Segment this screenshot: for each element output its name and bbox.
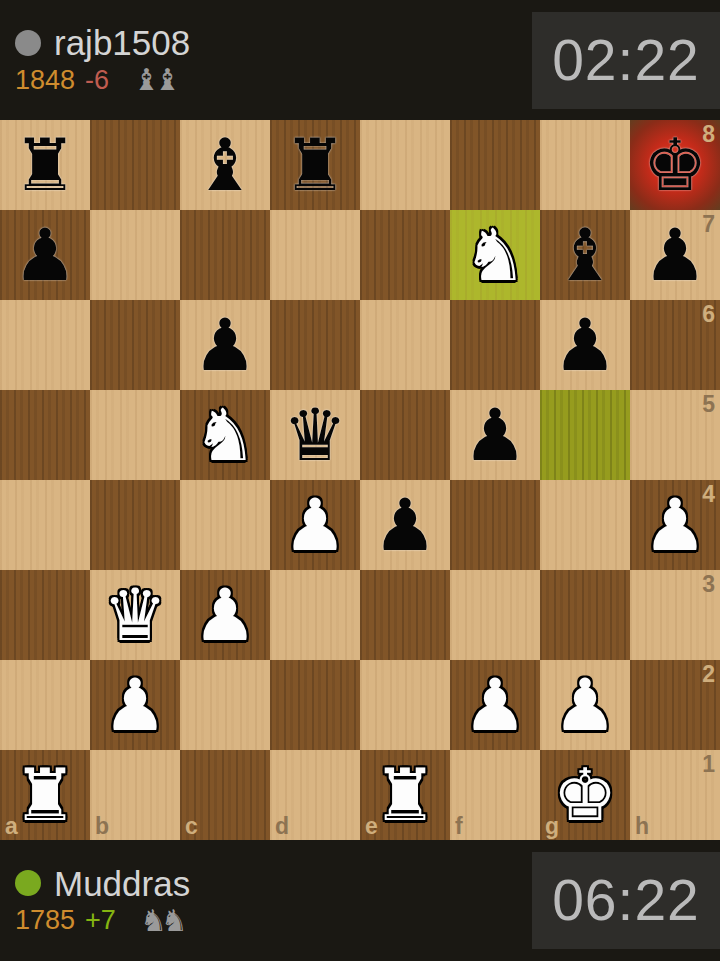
square-e7[interactable] xyxy=(360,210,450,300)
square-a5[interactable] xyxy=(0,390,90,480)
square-d2[interactable] xyxy=(270,660,360,750)
square-h6[interactable]: 6 xyxy=(630,300,720,390)
black-bishop-piece: ♝ xyxy=(193,129,258,201)
square-b5[interactable] xyxy=(90,390,180,480)
square-d5[interactable]: ♛ xyxy=(270,390,360,480)
square-e4[interactable]: ♟ xyxy=(360,480,450,570)
square-h2[interactable]: 2 xyxy=(630,660,720,750)
square-d8[interactable]: ♜ xyxy=(270,120,360,210)
black-pawn-piece: ♟ xyxy=(463,399,528,471)
black-king-piece: ♚ xyxy=(643,129,708,201)
black-bishop-piece: ♝ xyxy=(553,219,618,291)
coord-rank-5: 5 xyxy=(702,393,715,416)
white-pawn-piece: ♟ xyxy=(643,489,708,561)
square-b3[interactable]: ♛ xyxy=(90,570,180,660)
square-b6[interactable] xyxy=(90,300,180,390)
white-pawn-piece: ♟ xyxy=(553,669,618,741)
bottom-player-bar: Muddras 1785 +7 ♞♞ 06:22 xyxy=(0,840,720,961)
square-c2[interactable] xyxy=(180,660,270,750)
coord-rank-1: 1 xyxy=(702,753,715,776)
square-c5[interactable]: ♞ xyxy=(180,390,270,480)
bottom-player-rating: 1785 xyxy=(15,907,75,934)
square-g4[interactable] xyxy=(540,480,630,570)
white-king-piece: ♚ xyxy=(553,759,618,831)
coord-file-b: b xyxy=(95,815,109,838)
coord-file-h: h xyxy=(635,815,649,838)
square-a3[interactable] xyxy=(0,570,90,660)
square-a1[interactable]: ♜a xyxy=(0,750,90,840)
white-rook-piece: ♜ xyxy=(373,759,438,831)
white-pawn-piece: ♟ xyxy=(463,669,528,741)
square-f6[interactable] xyxy=(450,300,540,390)
square-f4[interactable] xyxy=(450,480,540,570)
black-queen-piece: ♛ xyxy=(283,399,348,471)
square-f8[interactable] xyxy=(450,120,540,210)
square-h1[interactable]: 1h xyxy=(630,750,720,840)
bottom-player-name: Muddras xyxy=(54,866,190,901)
square-a6[interactable] xyxy=(0,300,90,390)
square-c3[interactable]: ♟ xyxy=(180,570,270,660)
square-d1[interactable]: d xyxy=(270,750,360,840)
white-pawn-piece: ♟ xyxy=(193,579,258,651)
square-e1[interactable]: ♜e xyxy=(360,750,450,840)
bottom-player-info: Muddras 1785 +7 ♞♞ xyxy=(0,866,190,936)
square-h5[interactable]: 5 xyxy=(630,390,720,480)
square-c6[interactable]: ♟ xyxy=(180,300,270,390)
black-pawn-piece: ♟ xyxy=(13,219,78,291)
square-b1[interactable]: b xyxy=(90,750,180,840)
square-e6[interactable] xyxy=(360,300,450,390)
black-pawn-piece: ♟ xyxy=(643,219,708,291)
coord-rank-2: 2 xyxy=(702,663,715,686)
top-player-status-icon xyxy=(15,30,41,56)
square-g1[interactable]: ♚g xyxy=(540,750,630,840)
coord-rank-6: 6 xyxy=(702,303,715,326)
chess-board: ♜♝♜♚8♟♞♝♟7♟♟6♞♛♟5♟♟♟4♛♟3♟♟♟2♜abcd♜ef♚g1h xyxy=(0,120,720,840)
top-player-name: rajb1508 xyxy=(54,25,190,60)
black-rook-piece: ♜ xyxy=(283,129,348,201)
square-g5[interactable] xyxy=(540,390,630,480)
white-knight-piece: ♞ xyxy=(463,219,528,291)
square-d4[interactable]: ♟ xyxy=(270,480,360,570)
square-c4[interactable] xyxy=(180,480,270,570)
square-f5[interactable]: ♟ xyxy=(450,390,540,480)
square-e3[interactable] xyxy=(360,570,450,660)
square-a2[interactable] xyxy=(0,660,90,750)
black-pawn-piece: ♟ xyxy=(193,309,258,381)
square-a7[interactable]: ♟ xyxy=(0,210,90,300)
square-f2[interactable]: ♟ xyxy=(450,660,540,750)
bottom-clock-time: 06:22 xyxy=(552,872,700,929)
bottom-player-status-icon xyxy=(15,870,41,896)
square-d7[interactable] xyxy=(270,210,360,300)
square-f7[interactable]: ♞ xyxy=(450,210,540,300)
coord-file-d: d xyxy=(275,815,289,838)
square-c7[interactable] xyxy=(180,210,270,300)
square-d6[interactable] xyxy=(270,300,360,390)
black-rook-piece: ♜ xyxy=(13,129,78,201)
bottom-player-rating-diff: +7 xyxy=(85,907,116,934)
square-g8[interactable] xyxy=(540,120,630,210)
square-c8[interactable]: ♝ xyxy=(180,120,270,210)
square-h7[interactable]: ♟7 xyxy=(630,210,720,300)
square-g3[interactable] xyxy=(540,570,630,660)
square-a4[interactable] xyxy=(0,480,90,570)
square-f1[interactable]: f xyxy=(450,750,540,840)
square-g2[interactable]: ♟ xyxy=(540,660,630,750)
square-d3[interactable] xyxy=(270,570,360,660)
square-h3[interactable]: 3 xyxy=(630,570,720,660)
square-b2[interactable]: ♟ xyxy=(90,660,180,750)
black-pawn-piece: ♟ xyxy=(373,489,438,561)
square-b7[interactable] xyxy=(90,210,180,300)
bottom-player-clock: 06:22 xyxy=(532,852,720,949)
white-pawn-piece: ♟ xyxy=(283,489,348,561)
white-pawn-piece: ♟ xyxy=(103,669,168,741)
square-b8[interactable] xyxy=(90,120,180,210)
top-player-rating-diff: -6 xyxy=(85,67,109,94)
square-e2[interactable] xyxy=(360,660,450,750)
top-player-clock: 02:22 xyxy=(532,12,720,109)
captured-bishops-icon: ♝♝ xyxy=(133,65,183,95)
top-player-bar: rajb1508 1848 -6 ♝♝ 02:22 xyxy=(0,0,720,120)
black-pawn-piece: ♟ xyxy=(553,309,618,381)
square-a8[interactable]: ♜ xyxy=(0,120,90,210)
coord-rank-3: 3 xyxy=(702,573,715,596)
square-e8[interactable] xyxy=(360,120,450,210)
square-g7[interactable]: ♝ xyxy=(540,210,630,300)
captured-knights-icon: ♞♞ xyxy=(140,906,190,936)
coord-file-c: c xyxy=(185,815,198,838)
square-g6[interactable]: ♟ xyxy=(540,300,630,390)
square-h4[interactable]: ♟4 xyxy=(630,480,720,570)
white-knight-piece: ♞ xyxy=(193,399,258,471)
square-b4[interactable] xyxy=(90,480,180,570)
top-player-info: rajb1508 1848 -6 ♝♝ xyxy=(0,25,190,95)
white-queen-piece: ♛ xyxy=(103,579,168,651)
top-clock-time: 02:22 xyxy=(552,32,700,89)
coord-file-f: f xyxy=(455,815,463,838)
white-rook-piece: ♜ xyxy=(13,759,78,831)
square-f3[interactable] xyxy=(450,570,540,660)
top-player-rating: 1848 xyxy=(15,67,75,94)
square-c1[interactable]: c xyxy=(180,750,270,840)
square-h8[interactable]: ♚8 xyxy=(630,120,720,210)
square-e5[interactable] xyxy=(360,390,450,480)
